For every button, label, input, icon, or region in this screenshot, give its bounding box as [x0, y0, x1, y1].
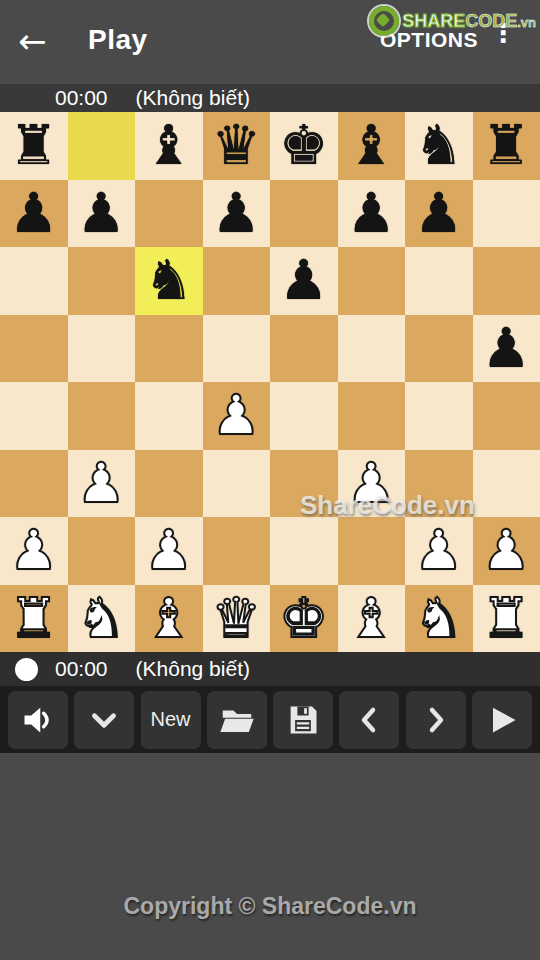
next-move-button[interactable]: [406, 691, 466, 749]
square-c6[interactable]: ♞: [135, 247, 203, 315]
black-bishop-f8[interactable]: ♝: [347, 118, 396, 173]
folder-open-icon: [218, 701, 256, 739]
white-turn-indicator: [15, 658, 38, 681]
black-knight-g8[interactable]: ♞: [414, 118, 463, 173]
new-game-label: New: [151, 708, 191, 731]
square-e2[interactable]: [270, 517, 338, 585]
square-b6[interactable]: [68, 247, 136, 315]
bottom-toolbar: New: [0, 686, 540, 753]
square-a3[interactable]: [0, 450, 68, 518]
black-pawn-d7[interactable]: ♟: [212, 186, 261, 241]
square-h2[interactable]: ♟: [473, 517, 540, 585]
white-bishop-f1[interactable]: ♝: [347, 591, 396, 646]
square-g6[interactable]: [405, 247, 473, 315]
square-f7[interactable]: ♟: [338, 180, 406, 248]
chevron-down-icon: [87, 703, 121, 737]
black-bishop-c8[interactable]: ♝: [144, 118, 193, 173]
white-pawn-a2[interactable]: ♟: [9, 523, 58, 578]
white-king-e1[interactable]: ♚: [279, 591, 328, 646]
square-f3[interactable]: ♟: [338, 450, 406, 518]
play-icon: [484, 702, 520, 738]
square-g5[interactable]: [405, 315, 473, 383]
square-d6[interactable]: [203, 247, 271, 315]
options-button[interactable]: OPTIONS: [380, 28, 478, 52]
square-d5[interactable]: [203, 315, 271, 383]
square-b8[interactable]: [68, 112, 136, 180]
white-rook-h1[interactable]: ♜: [482, 591, 531, 646]
white-knight-b1[interactable]: ♞: [77, 591, 126, 646]
white-clock-row: 00:00 (Không biết): [0, 652, 540, 686]
white-pawn-d4[interactable]: ♟: [212, 388, 261, 443]
square-f6[interactable]: [338, 247, 406, 315]
black-knight-c6[interactable]: ♞: [144, 253, 193, 308]
square-c7[interactable]: [135, 180, 203, 248]
square-b1[interactable]: ♞: [68, 585, 136, 653]
square-e6[interactable]: ♟: [270, 247, 338, 315]
square-g3[interactable]: [405, 450, 473, 518]
white-pawn-h2[interactable]: ♟: [482, 523, 531, 578]
square-g7[interactable]: ♟: [405, 180, 473, 248]
square-e4[interactable]: [270, 382, 338, 450]
chess-board[interactable]: ShareCode.vn ♜♝♛♚♝♞♜♟♟♟♟♟♞♟♟♟♟♟♟♟♟♟♜♞♝♛♚…: [0, 112, 540, 652]
black-clock-row: 00:00 (Không biết): [0, 84, 540, 112]
square-b3[interactable]: ♟: [68, 450, 136, 518]
black-pawn-h5[interactable]: ♟: [482, 321, 531, 376]
chevron-left-icon: [353, 704, 385, 736]
white-pawn-b3[interactable]: ♟: [77, 456, 126, 511]
prev-move-button[interactable]: [339, 691, 399, 749]
back-button[interactable]: ←: [18, 22, 47, 60]
black-queen-d8[interactable]: ♛: [212, 118, 261, 173]
footer-area: Copyright © ShareCode.vn: [0, 753, 540, 960]
white-bishop-c1[interactable]: ♝: [144, 591, 193, 646]
black-pawn-a7[interactable]: ♟: [9, 186, 58, 241]
black-rook-h8[interactable]: ♜: [482, 118, 531, 173]
white-clock-time: 00:00: [55, 657, 108, 681]
square-g4[interactable]: [405, 382, 473, 450]
square-e5[interactable]: [270, 315, 338, 383]
open-file-button[interactable]: [207, 691, 267, 749]
collapse-button[interactable]: [74, 691, 134, 749]
square-b7[interactable]: ♟: [68, 180, 136, 248]
new-game-button[interactable]: New: [141, 691, 201, 749]
square-c5[interactable]: [135, 315, 203, 383]
speaker-icon: [20, 702, 56, 738]
copyright-text: Copyright © ShareCode.vn: [124, 893, 417, 960]
square-a8[interactable]: ♜: [0, 112, 68, 180]
chevron-right-icon: [420, 704, 452, 736]
square-a2[interactable]: ♟: [0, 517, 68, 585]
square-c8[interactable]: ♝: [135, 112, 203, 180]
volume-button[interactable]: [8, 691, 68, 749]
square-e8[interactable]: ♚: [270, 112, 338, 180]
square-c1[interactable]: ♝: [135, 585, 203, 653]
square-h1[interactable]: ♜: [473, 585, 540, 653]
square-b4[interactable]: [68, 382, 136, 450]
square-c4[interactable]: [135, 382, 203, 450]
brand-vn-text: .vn: [517, 15, 536, 30]
square-d1[interactable]: ♛: [203, 585, 271, 653]
square-c3[interactable]: [135, 450, 203, 518]
square-d4[interactable]: ♟: [203, 382, 271, 450]
square-f5[interactable]: [338, 315, 406, 383]
square-h5[interactable]: ♟: [473, 315, 540, 383]
square-a5[interactable]: [0, 315, 68, 383]
square-f1[interactable]: ♝: [338, 585, 406, 653]
black-player-name: (Không biết): [136, 86, 250, 110]
black-rook-a8[interactable]: ♜: [9, 118, 58, 173]
black-pawn-g7[interactable]: ♟: [414, 186, 463, 241]
white-player-name: (Không biết): [136, 657, 250, 681]
page-title: Play: [88, 24, 148, 56]
square-g8[interactable]: ♞: [405, 112, 473, 180]
square-d3[interactable]: [203, 450, 271, 518]
square-g1[interactable]: ♞: [405, 585, 473, 653]
square-d2[interactable]: [203, 517, 271, 585]
square-h4[interactable]: [473, 382, 540, 450]
square-e1[interactable]: ♚: [270, 585, 338, 653]
black-pawn-f7[interactable]: ♟: [347, 186, 396, 241]
square-a6[interactable]: [0, 247, 68, 315]
square-b5[interactable]: [68, 315, 136, 383]
square-a4[interactable]: [0, 382, 68, 450]
three-dot-menu-icon[interactable]: ⋮: [490, 20, 516, 46]
app-header: ← Play OPTIONS ⋮ SHARECODE.vn: [0, 0, 540, 84]
white-rook-a1[interactable]: ♜: [9, 591, 58, 646]
white-pawn-g2[interactable]: ♟: [414, 523, 463, 578]
white-queen-d1[interactable]: ♛: [212, 591, 261, 646]
square-a7[interactable]: ♟: [0, 180, 68, 248]
square-e7[interactable]: [270, 180, 338, 248]
square-c2[interactable]: ♟: [135, 517, 203, 585]
square-g2[interactable]: ♟: [405, 517, 473, 585]
black-pawn-b7[interactable]: ♟: [77, 186, 126, 241]
white-knight-g1[interactable]: ♞: [414, 591, 463, 646]
square-b2[interactable]: [68, 517, 136, 585]
black-clock-time: 00:00: [55, 86, 108, 110]
square-f4[interactable]: [338, 382, 406, 450]
square-d8[interactable]: ♛: [203, 112, 271, 180]
black-king-e8[interactable]: ♚: [279, 118, 328, 173]
square-h3[interactable]: [473, 450, 540, 518]
square-d7[interactable]: ♟: [203, 180, 271, 248]
square-f8[interactable]: ♝: [338, 112, 406, 180]
floppy-disk-icon: [285, 702, 321, 738]
square-e3[interactable]: [270, 450, 338, 518]
play-forward-button[interactable]: [472, 691, 532, 749]
save-button[interactable]: [273, 691, 333, 749]
square-f2[interactable]: [338, 517, 406, 585]
square-h8[interactable]: ♜: [473, 112, 540, 180]
white-pawn-f3[interactable]: ♟: [347, 456, 396, 511]
square-h6[interactable]: [473, 247, 540, 315]
square-a1[interactable]: ♜: [0, 585, 68, 653]
black-pawn-e6[interactable]: ♟: [279, 253, 328, 308]
white-pawn-c2[interactable]: ♟: [144, 523, 193, 578]
square-h7[interactable]: [473, 180, 540, 248]
